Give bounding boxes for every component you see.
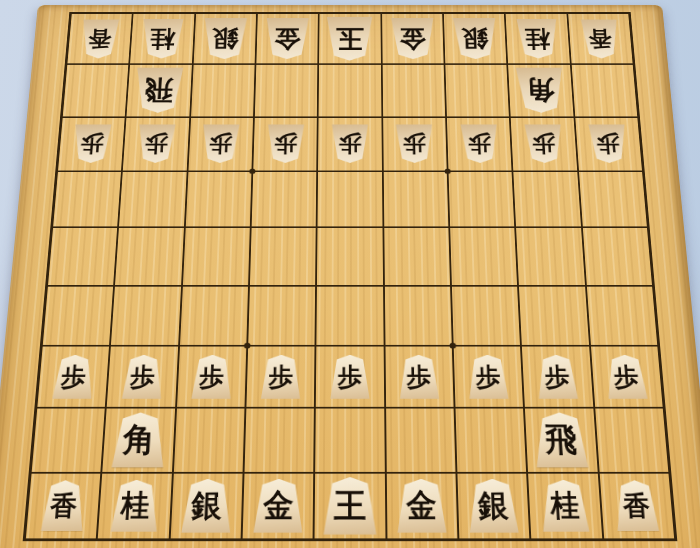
board-cell[interactable] (114, 227, 184, 285)
piece-kanji: 歩 (199, 364, 224, 389)
shogi-piece-sente[interactable]: 桂 (539, 480, 591, 532)
board-cell[interactable]: 桂 (97, 472, 173, 539)
board-cell[interactable]: 歩 (315, 346, 385, 408)
piece-kanji: 金 (399, 27, 426, 51)
shogi-piece-gote[interactable]: 歩 (331, 125, 370, 164)
board-cell[interactable] (316, 227, 383, 285)
piece-kanji: 飛 (544, 424, 578, 457)
board-cell[interactable]: 銀 (169, 472, 243, 539)
shogi-piece-sente[interactable]: 歩 (329, 355, 371, 399)
piece-kanji: 歩 (544, 364, 570, 389)
shogi-piece-gote[interactable]: 桂 (515, 19, 560, 59)
board-cell[interactable] (247, 286, 316, 346)
piece-kanji: 桂 (149, 27, 175, 50)
board-cell[interactable]: 歩 (36, 346, 110, 408)
shogi-piece-gote[interactable]: 歩 (266, 125, 305, 164)
shogi-piece-gote[interactable]: 歩 (587, 125, 629, 164)
shogi-piece-sente[interactable]: 歩 (51, 355, 96, 399)
board-cell[interactable] (385, 408, 457, 473)
board-cell[interactable]: 歩 (176, 346, 248, 408)
shogi-board: 香桂銀金玉金銀桂香飛角歩歩歩歩歩歩歩歩歩歩歩歩歩歩歩歩歩歩角飛香桂銀金王金銀桂香 (0, 5, 700, 548)
board-cell[interactable] (254, 64, 319, 117)
shogi-piece-gote[interactable]: 飛 (133, 68, 185, 113)
shogi-piece-gote[interactable]: 銀 (452, 18, 499, 59)
board-cell[interactable]: 香 (598, 472, 675, 539)
piece-kanji: 香 (49, 492, 78, 520)
board-cell[interactable]: 玉 (318, 13, 381, 64)
piece-kanji: 歩 (403, 133, 426, 155)
board-cell[interactable] (182, 227, 251, 285)
board-cell[interactable] (578, 171, 648, 227)
board-cell[interactable] (451, 286, 521, 346)
shogi-piece-gote[interactable]: 金 (390, 18, 436, 59)
piece-kanji: 銀 (191, 490, 223, 522)
shogi-piece-sente[interactable]: 角 (110, 412, 168, 467)
shogi-piece-gote[interactable]: 歩 (395, 125, 434, 164)
board-cell[interactable] (571, 64, 639, 117)
shogi-piece-sente[interactable]: 銀 (180, 479, 234, 533)
board-cell[interactable]: 銀 (192, 13, 257, 64)
shogi-piece-gote[interactable]: 銀 (201, 18, 248, 59)
board-cell[interactable]: 歩 (521, 346, 594, 408)
board-cell[interactable]: 歩 (384, 346, 454, 408)
board-cell[interactable]: 歩 (510, 117, 578, 171)
shogi-piece-gote[interactable]: 角 (515, 68, 567, 113)
piece-kanji: 歩 (274, 133, 297, 155)
shogi-piece-sente[interactable]: 歩 (398, 355, 440, 399)
board-cell[interactable] (179, 286, 249, 346)
shogi-piece-gote[interactable]: 歩 (201, 125, 241, 164)
board-cell[interactable] (316, 286, 384, 346)
board-cell[interactable]: 金 (381, 13, 445, 64)
board-cell[interactable]: 歩 (106, 346, 179, 408)
photo-background: 香桂銀金玉金銀桂香飛角歩歩歩歩歩歩歩歩歩歩歩歩歩歩歩歩歩歩角飛香桂銀金王金銀桂香 (0, 0, 700, 548)
board-cell[interactable]: 飛 (126, 64, 193, 117)
board-cell[interactable] (448, 171, 516, 227)
shogi-piece-sente[interactable]: 香 (613, 480, 661, 531)
piece-kanji: 歩 (130, 364, 156, 389)
piece-kanji: 桂 (120, 491, 150, 521)
hoshi-dot (449, 343, 456, 349)
board-cell[interactable]: 香 (25, 472, 102, 539)
board-cell[interactable] (185, 171, 253, 227)
shogi-piece-gote[interactable]: 歩 (136, 125, 177, 164)
board-cell[interactable]: 歩 (122, 117, 190, 171)
board-cell[interactable]: 歩 (187, 117, 254, 171)
piece-kanji: 銀 (211, 27, 238, 51)
board-cell[interactable] (62, 64, 130, 117)
board-cell[interactable]: 王 (314, 472, 386, 539)
piece-kanji: 歩 (532, 133, 556, 155)
piece-kanji: 角 (526, 77, 556, 104)
board-cell[interactable] (383, 227, 451, 285)
board-cell[interactable] (445, 64, 511, 117)
board-cell[interactable]: 香 (66, 13, 132, 64)
shogi-piece-gote[interactable]: 香 (579, 19, 620, 58)
board-cell[interactable]: 歩 (57, 117, 126, 171)
shogi-piece-gote[interactable]: 香 (79, 19, 120, 58)
board-cell[interactable] (449, 227, 518, 285)
board-grid: 香桂銀金玉金銀桂香飛角歩歩歩歩歩歩歩歩歩歩歩歩歩歩歩歩歩歩角飛香桂銀金王金銀桂香 (23, 12, 678, 541)
piece-kanji: 香 (622, 492, 651, 520)
board-cell[interactable]: 歩 (245, 346, 315, 408)
shogi-piece-sente[interactable]: 香 (39, 480, 87, 531)
board-cell[interactable] (52, 171, 122, 227)
board-cell[interactable]: 歩 (382, 117, 448, 171)
board-cell[interactable] (251, 171, 318, 227)
shogi-piece-sente[interactable]: 王 (322, 477, 378, 534)
piece-kanji: 香 (588, 28, 613, 49)
board-cell[interactable]: 歩 (252, 117, 318, 171)
shogi-piece-gote[interactable]: 金 (264, 18, 310, 59)
board-cell[interactable]: 飛 (524, 408, 598, 473)
piece-kanji: 角 (122, 424, 156, 457)
shogi-piece-sente[interactable]: 銀 (466, 479, 520, 533)
board-cell[interactable] (513, 171, 582, 227)
board-cell[interactable]: 香 (567, 13, 633, 64)
shogi-piece-gote[interactable]: 玉 (326, 17, 375, 61)
shogi-piece-sente[interactable]: 金 (395, 479, 448, 533)
piece-kanji: 銀 (478, 490, 510, 522)
piece-kanji: 歩 (407, 364, 432, 389)
board-cell[interactable]: 桂 (129, 13, 194, 64)
board-cell[interactable]: 角 (508, 64, 575, 117)
board-cell[interactable] (244, 408, 316, 473)
board-cell[interactable]: 銀 (456, 472, 530, 539)
shogi-piece-sente[interactable]: 飛 (532, 412, 590, 467)
piece-kanji: 金 (274, 27, 301, 51)
piece-kanji: 歩 (338, 364, 363, 389)
board-cell[interactable] (118, 171, 187, 227)
board-cell[interactable] (31, 408, 106, 473)
shogi-piece-sente[interactable]: 歩 (260, 355, 302, 399)
shogi-piece-sente[interactable]: 歩 (467, 355, 510, 399)
piece-kanji: 歩 (475, 364, 500, 389)
board-cell[interactable]: 銀 (443, 13, 507, 64)
piece-kanji: 歩 (60, 364, 86, 389)
board-cell[interactable] (317, 171, 383, 227)
piece-kanji: 銀 (461, 27, 488, 51)
board-cell[interactable]: 歩 (453, 346, 525, 408)
board-cell[interactable] (518, 286, 589, 346)
board-cell[interactable] (381, 64, 446, 117)
shogi-piece-sente[interactable]: 歩 (190, 355, 233, 399)
piece-kanji: 金 (406, 490, 437, 522)
board-cell[interactable]: 歩 (574, 117, 643, 171)
board-cell[interactable] (384, 286, 453, 346)
board-cell[interactable] (318, 64, 382, 117)
board-cell[interactable]: 歩 (317, 117, 382, 171)
piece-kanji: 歩 (613, 364, 639, 389)
shogi-piece-sente[interactable]: 歩 (535, 355, 579, 399)
piece-kanji: 歩 (467, 133, 491, 155)
board-cell[interactable] (515, 227, 585, 285)
board-cell[interactable] (383, 171, 450, 227)
piece-kanji: 金 (263, 490, 294, 522)
piece-kanji: 歩 (596, 133, 621, 155)
board-cell[interactable] (582, 227, 653, 285)
board-cell[interactable]: 歩 (590, 346, 664, 408)
hoshi-dot (444, 169, 450, 174)
piece-kanji: 歩 (339, 133, 362, 155)
piece-kanji: 桂 (550, 491, 580, 521)
board-cell[interactable]: 金 (242, 472, 315, 539)
piece-kanji: 玉 (336, 26, 364, 52)
board-cell[interactable]: 金 (255, 13, 318, 64)
board-cell[interactable] (173, 408, 246, 473)
board-cell[interactable] (190, 64, 256, 117)
board-cell[interactable]: 桂 (505, 13, 570, 64)
shogi-piece-sente[interactable]: 金 (252, 479, 305, 533)
board-cell[interactable] (110, 286, 181, 346)
board-cell[interactable]: 桂 (527, 472, 603, 539)
shogi-piece-sente[interactable]: 桂 (109, 480, 161, 532)
piece-kanji: 飛 (144, 77, 174, 104)
board-cell[interactable] (455, 408, 528, 473)
piece-kanji: 歩 (209, 133, 233, 155)
board-cell[interactable] (47, 227, 118, 285)
piece-kanji: 桂 (525, 27, 551, 50)
piece-kanji: 歩 (268, 364, 293, 389)
shogi-piece-gote[interactable]: 歩 (71, 125, 113, 164)
board-cell[interactable] (586, 286, 659, 346)
board-cell[interactable] (315, 408, 386, 473)
board-cell[interactable] (249, 227, 317, 285)
piece-kanji: 香 (88, 28, 113, 49)
board-cell[interactable]: 角 (102, 408, 176, 473)
piece-kanji: 王 (334, 489, 366, 523)
board-perspective-wrapper: 香桂銀金玉金銀桂香飛角歩歩歩歩歩歩歩歩歩歩歩歩歩歩歩歩歩歩角飛香桂銀金王金銀桂香 (0, 5, 700, 548)
board-cell[interactable]: 歩 (446, 117, 513, 171)
board-cell[interactable] (42, 286, 115, 346)
shogi-piece-gote[interactable]: 歩 (523, 125, 564, 164)
shogi-piece-gote[interactable]: 歩 (459, 125, 499, 164)
shogi-piece-gote[interactable]: 桂 (140, 19, 185, 59)
board-cell[interactable] (594, 408, 669, 473)
shogi-piece-sente[interactable]: 歩 (604, 355, 649, 399)
shogi-piece-sente[interactable]: 歩 (121, 355, 165, 399)
piece-kanji: 歩 (79, 133, 104, 155)
board-cell[interactable]: 金 (385, 472, 458, 539)
piece-kanji: 歩 (144, 133, 168, 155)
